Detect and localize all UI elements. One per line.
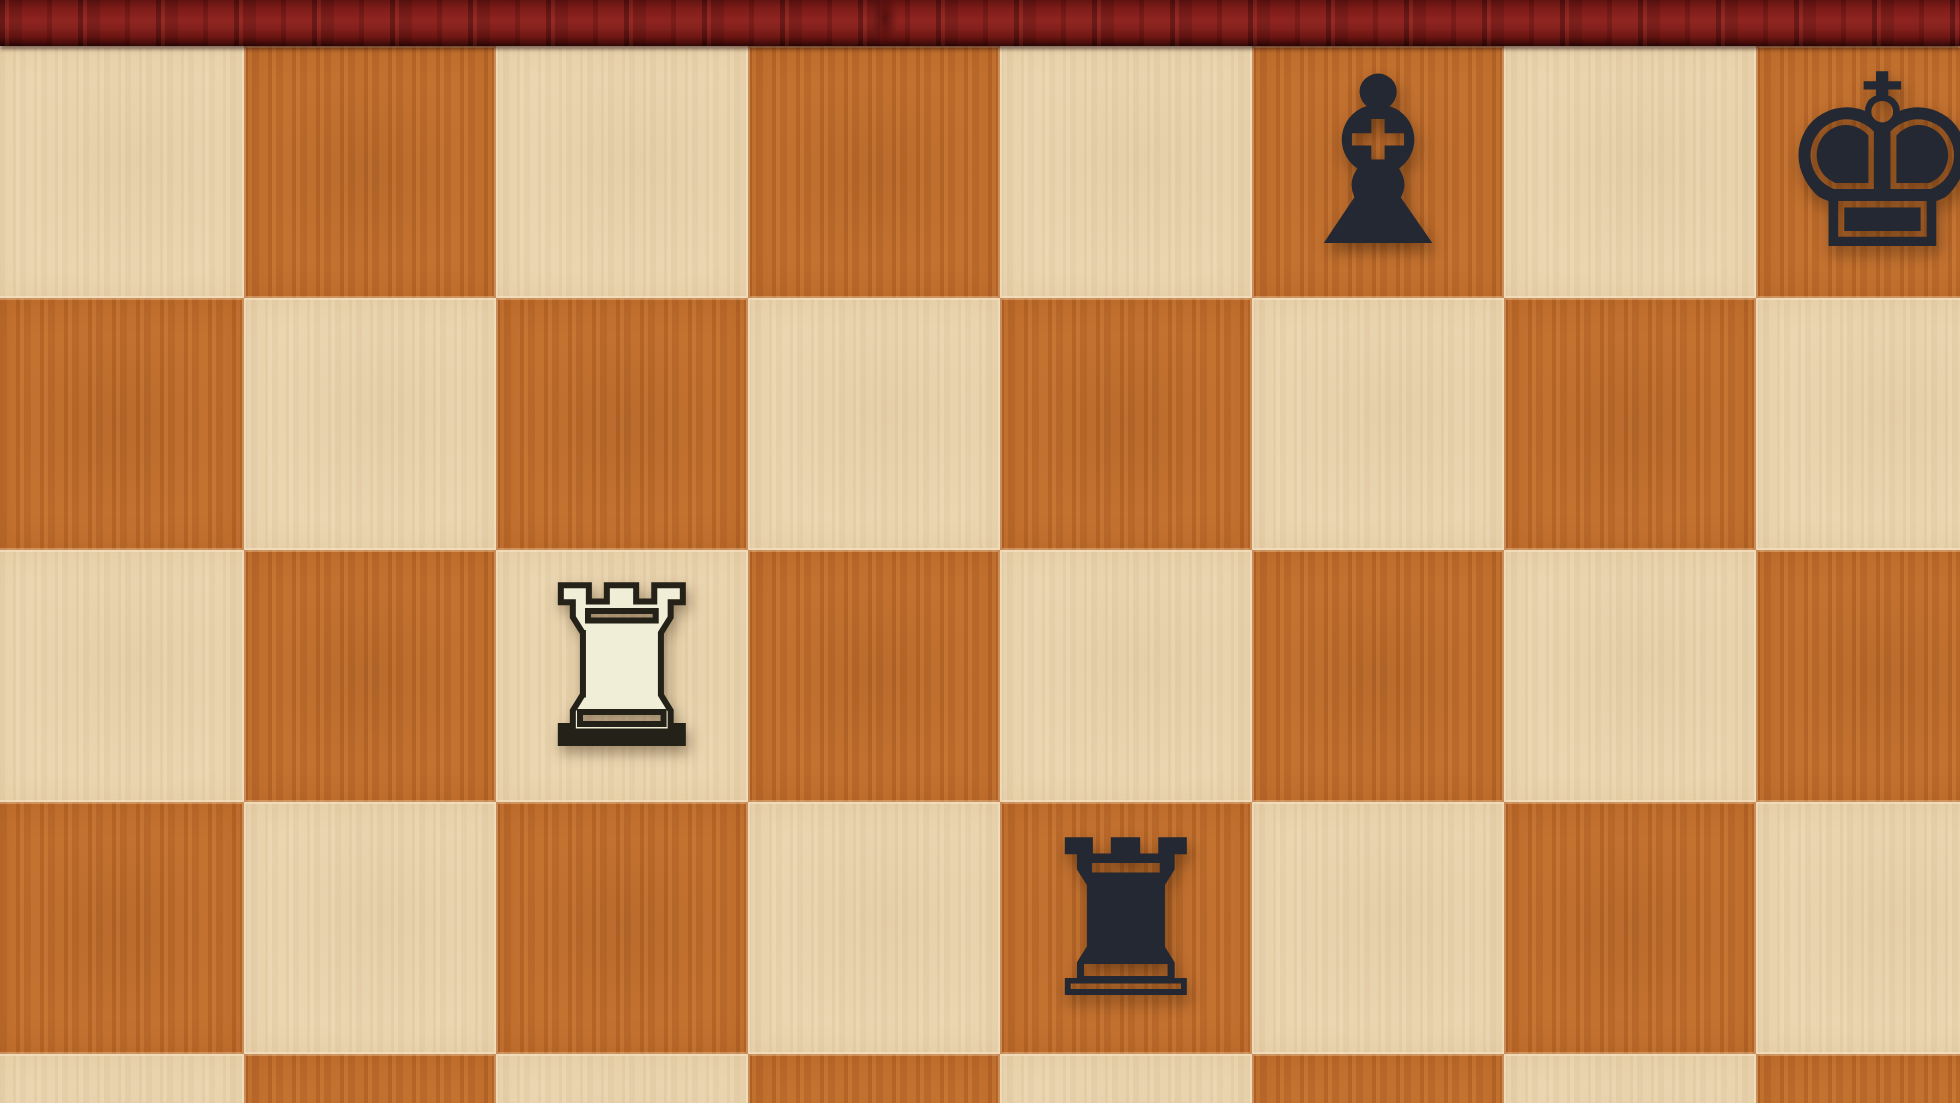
square-f4[interactable] xyxy=(1252,1054,1504,1103)
square-h7[interactable] xyxy=(1756,298,1960,550)
square-e5[interactable]: ♜ xyxy=(1000,802,1252,1054)
white-rook[interactable]: ♜ xyxy=(525,560,719,777)
square-a4[interactable] xyxy=(0,1054,244,1103)
square-a5[interactable] xyxy=(0,802,244,1054)
square-g5[interactable] xyxy=(1504,802,1756,1054)
square-h5[interactable] xyxy=(1756,802,1960,1054)
square-f7[interactable] xyxy=(1252,298,1504,550)
square-e4[interactable] xyxy=(1000,1054,1252,1103)
square-d6[interactable] xyxy=(748,550,1000,802)
square-b5[interactable] xyxy=(244,802,496,1054)
square-d4[interactable] xyxy=(748,1054,1000,1103)
square-d5[interactable] xyxy=(748,802,1000,1054)
square-d8[interactable] xyxy=(748,46,1000,298)
square-g7[interactable] xyxy=(1504,298,1756,550)
square-h6[interactable] xyxy=(1756,550,1960,802)
square-h8[interactable]: ♚ xyxy=(1756,46,1960,298)
square-a6[interactable] xyxy=(0,550,244,802)
square-g4[interactable] xyxy=(1504,1054,1756,1103)
square-b8[interactable] xyxy=(244,46,496,298)
square-a7[interactable] xyxy=(0,298,244,550)
square-f5[interactable] xyxy=(1252,802,1504,1054)
square-e7[interactable] xyxy=(1000,298,1252,550)
square-e8[interactable] xyxy=(1000,46,1252,298)
black-king[interactable]: ♚ xyxy=(1775,44,1960,283)
black-rook[interactable]: ♜ xyxy=(1029,812,1223,1029)
square-f6[interactable] xyxy=(1252,550,1504,802)
chess-board: ♝♚♜♜ xyxy=(0,46,1960,1103)
square-c6[interactable]: ♜ xyxy=(496,550,748,802)
chessboard-screenshot: ♝♚♜♜ xyxy=(0,0,1960,1103)
square-g8[interactable] xyxy=(1504,46,1756,298)
square-b6[interactable] xyxy=(244,550,496,802)
black-bishop[interactable]: ♝ xyxy=(1274,48,1482,280)
square-b7[interactable] xyxy=(244,298,496,550)
square-h4[interactable] xyxy=(1756,1054,1960,1103)
square-c8[interactable] xyxy=(496,46,748,298)
square-f8[interactable]: ♝ xyxy=(1252,46,1504,298)
square-a8[interactable] xyxy=(0,46,244,298)
square-d7[interactable] xyxy=(748,298,1000,550)
square-c5[interactable] xyxy=(496,802,748,1054)
square-e6[interactable] xyxy=(1000,550,1252,802)
square-c7[interactable] xyxy=(496,298,748,550)
square-b4[interactable] xyxy=(244,1054,496,1103)
square-g6[interactable] xyxy=(1504,550,1756,802)
board-frame-top xyxy=(0,0,1960,46)
square-c4[interactable] xyxy=(496,1054,748,1103)
